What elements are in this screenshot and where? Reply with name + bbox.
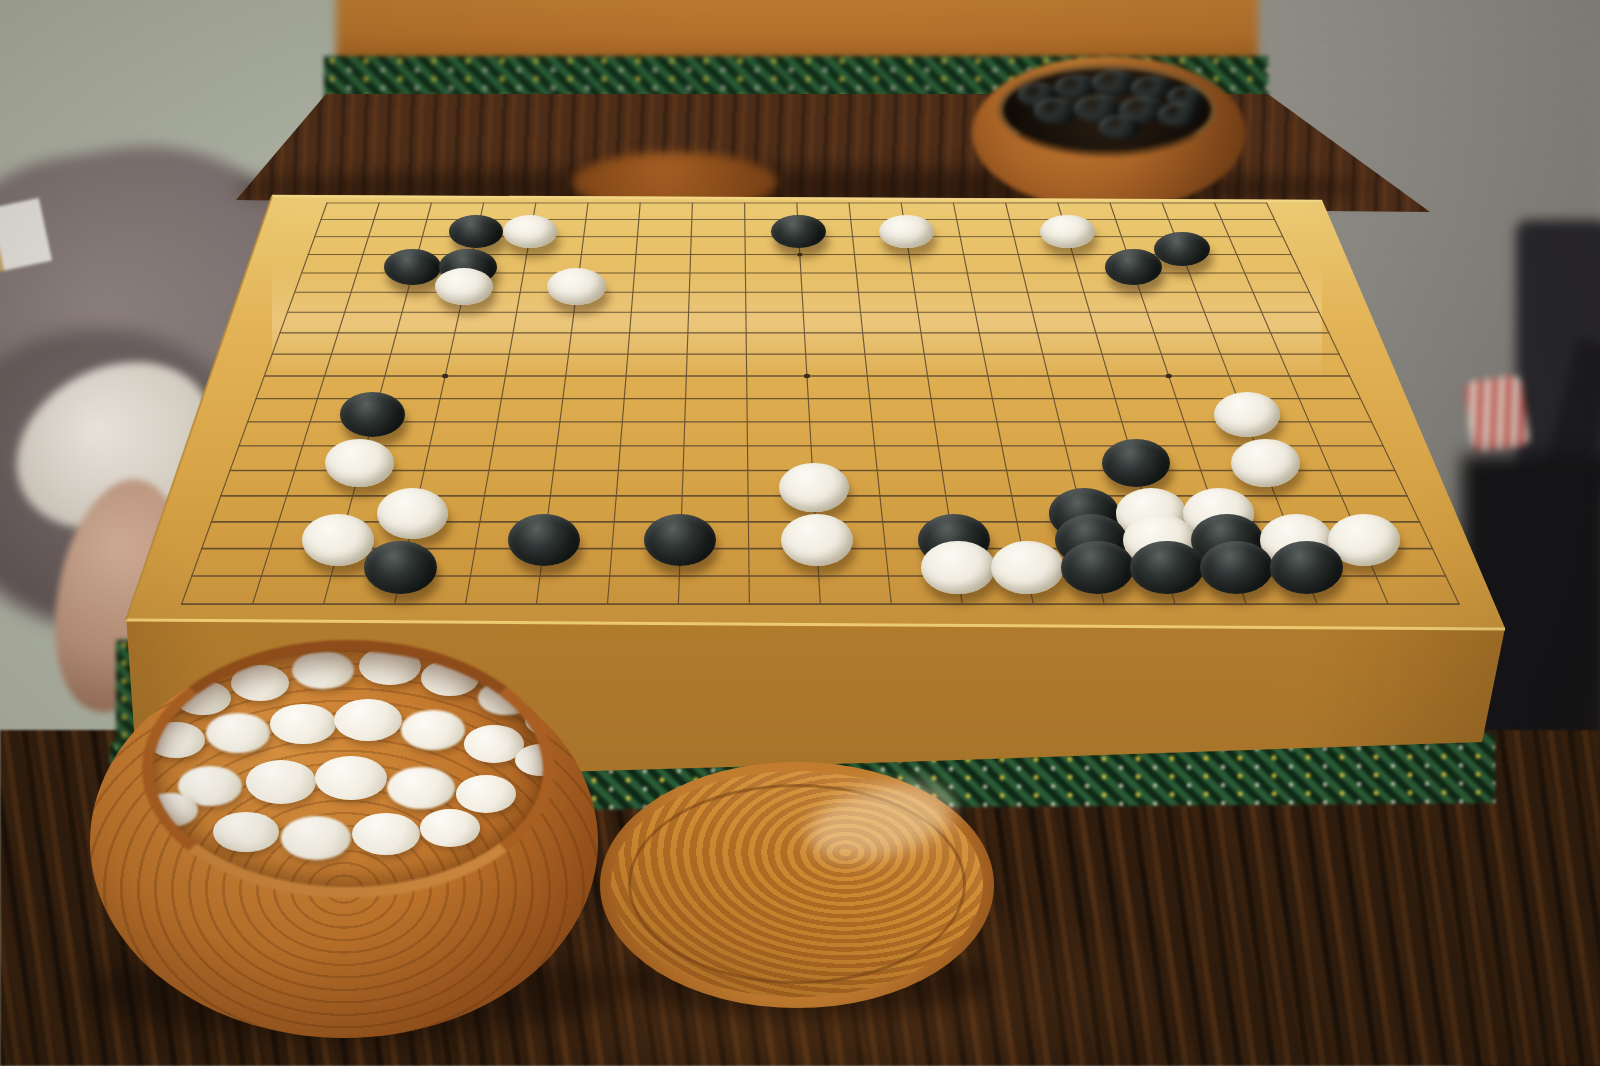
black-stone-C15[interactable] (384, 249, 441, 285)
black-stone-R16[interactable] (1154, 232, 1210, 266)
white-stone-K3[interactable] (781, 514, 853, 566)
black-stone-D2[interactable] (364, 541, 437, 595)
go-game-photo (0, 0, 1600, 1066)
white-stone-E17[interactable] (503, 215, 558, 248)
white-stone-C3[interactable] (302, 514, 374, 566)
black-stone-Q2[interactable] (1200, 541, 1273, 595)
white-stone-R6[interactable] (1231, 439, 1299, 487)
bowl-lid[interactable] (598, 758, 998, 1018)
white-stone-D14[interactable] (435, 268, 493, 305)
black-stone-P2[interactable] (1130, 541, 1203, 595)
black-stone-Q15[interactable] (1105, 249, 1162, 285)
black-stone-H3[interactable] (644, 514, 716, 566)
white-stone-R8[interactable] (1214, 392, 1280, 437)
black-stone-P6[interactable] (1102, 439, 1170, 487)
white-stone-F14[interactable] (547, 268, 605, 305)
white-stone-M2[interactable] (921, 541, 994, 595)
white-stone-M17[interactable] (879, 215, 934, 248)
white-stone-K5[interactable] (779, 463, 849, 512)
black-stone-K17[interactable] (771, 215, 826, 248)
white-stone-C6[interactable] (325, 439, 393, 487)
black-stone-D17[interactable] (449, 215, 504, 248)
black-stone-F3[interactable] (508, 514, 580, 566)
black-stone-O2[interactable] (1061, 541, 1134, 595)
white-stone-N2[interactable] (991, 541, 1064, 595)
white-stone-bowl[interactable] (86, 638, 606, 1048)
black-stone-C8[interactable] (340, 392, 406, 437)
white-stone-P17[interactable] (1040, 215, 1095, 248)
black-stone-R2[interactable] (1270, 541, 1343, 595)
white-bowl-rim (142, 640, 554, 898)
white-stone-D4[interactable] (377, 488, 448, 539)
